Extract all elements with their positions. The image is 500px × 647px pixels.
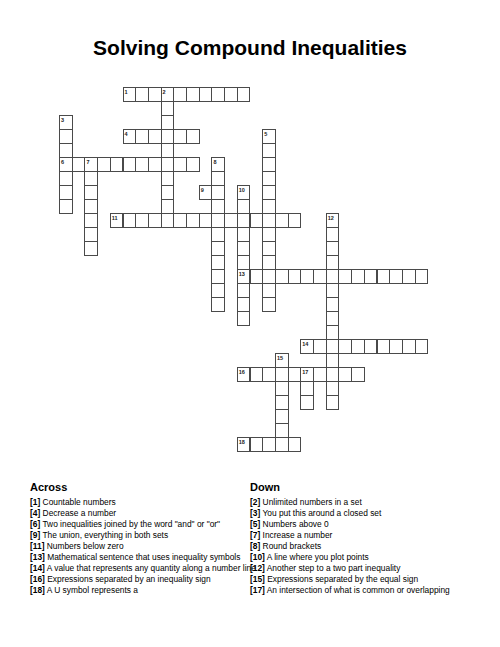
grid-cell[interactable] xyxy=(275,367,289,382)
grid-cell[interactable] xyxy=(326,283,340,298)
across-clue-number: [16] xyxy=(30,574,45,584)
grid-cell[interactable] xyxy=(326,227,340,242)
across-clue-number: [18] xyxy=(30,585,45,595)
grid-cell[interactable] xyxy=(326,255,340,270)
clue-number-label: 2 xyxy=(163,89,166,95)
grid-cell[interactable] xyxy=(84,171,98,186)
grid-cell[interactable] xyxy=(262,269,276,284)
grid-cell[interactable] xyxy=(262,437,276,452)
down-clue-number: [12] xyxy=(250,563,265,573)
grid-cell[interactable] xyxy=(288,213,302,228)
grid-cell[interactable] xyxy=(262,227,276,242)
grid-cell[interactable] xyxy=(186,129,200,144)
grid-cell[interactable] xyxy=(250,437,264,452)
clue-number-label: 4 xyxy=(125,131,128,137)
grid-cell[interactable]: 6 xyxy=(59,157,73,172)
grid-cell[interactable] xyxy=(59,129,73,144)
grid-cell[interactable] xyxy=(237,297,251,312)
grid-cell[interactable] xyxy=(148,129,162,144)
across-clue-number: [14] xyxy=(30,563,45,573)
down-clue-number: [10] xyxy=(250,552,265,562)
grid-cell[interactable] xyxy=(211,199,225,214)
grid-cell[interactable] xyxy=(338,269,352,284)
clue-number-label: 15 xyxy=(277,355,283,361)
grid-cell[interactable] xyxy=(300,395,314,410)
grid-cell[interactable] xyxy=(211,185,225,200)
down-clue-number: [2] xyxy=(250,497,260,507)
grid-cell[interactable] xyxy=(148,87,162,102)
grid-cell[interactable] xyxy=(338,339,352,354)
grid-cell[interactable] xyxy=(338,367,352,382)
grid-cell[interactable] xyxy=(262,297,276,312)
grid-cell[interactable] xyxy=(237,255,251,270)
grid-cell[interactable] xyxy=(262,255,276,270)
grid-cell[interactable]: 1 xyxy=(123,87,137,102)
clue-number-label: 14 xyxy=(302,341,308,347)
down-clue-number: [15] xyxy=(250,574,265,584)
grid-cell[interactable]: 9 xyxy=(199,185,213,200)
grid-cell[interactable]: 3 xyxy=(59,115,73,130)
grid-cell[interactable] xyxy=(237,283,251,298)
grid-cell[interactable] xyxy=(59,185,73,200)
grid-cell[interactable]: 16 xyxy=(237,367,251,382)
grid-cell[interactable] xyxy=(84,199,98,214)
across-clues-section: Across [1] Countable numbers[4] Decrease… xyxy=(30,481,248,596)
grid-cell[interactable] xyxy=(211,297,225,312)
grid-cell[interactable] xyxy=(59,171,73,186)
grid-cell[interactable] xyxy=(262,213,276,228)
grid-cell[interactable] xyxy=(161,199,175,214)
grid-cell[interactable] xyxy=(199,87,213,102)
down-clue-3: [3] You put this around a closed set xyxy=(250,508,475,519)
across-clue-18: [18] A U symbol represents a xyxy=(30,585,248,596)
grid-cell[interactable] xyxy=(123,157,137,172)
across-clue-number: [13] xyxy=(30,552,45,562)
grid-cell[interactable] xyxy=(186,157,200,172)
grid-cell[interactable] xyxy=(72,157,86,172)
grid-cell[interactable] xyxy=(288,437,302,452)
grid-cell[interactable] xyxy=(288,269,302,284)
grid-cell[interactable] xyxy=(84,227,98,242)
grid-cell[interactable] xyxy=(199,213,213,228)
grid-cell[interactable] xyxy=(84,213,98,228)
down-header: Down xyxy=(250,481,475,493)
grid-cell[interactable] xyxy=(237,241,251,256)
crossword-grid: 123456789101112131415161718 xyxy=(59,87,429,453)
down-clue-8: [8] Round brackets xyxy=(250,541,475,552)
grid-cell[interactable] xyxy=(326,325,340,340)
down-clue-2: [2] Unlimited numbers in a set xyxy=(250,497,475,508)
across-clue-16: [16] Expressions separated by an inequal… xyxy=(30,574,248,585)
grid-cell[interactable] xyxy=(211,87,225,102)
grid-cell[interactable] xyxy=(59,143,73,158)
grid-cell[interactable] xyxy=(300,269,314,284)
grid-cell[interactable] xyxy=(211,171,225,186)
grid-cell[interactable] xyxy=(377,339,391,354)
across-clue-1: [1] Countable numbers xyxy=(30,497,248,508)
grid-cell[interactable]: 11 xyxy=(110,213,124,228)
grid-cell[interactable] xyxy=(402,339,416,354)
grid-cell[interactable] xyxy=(148,157,162,172)
grid-cell[interactable] xyxy=(84,185,98,200)
across-clue-number: [11] xyxy=(30,541,44,551)
grid-cell[interactable]: 12 xyxy=(326,213,340,228)
grid-cell[interactable] xyxy=(313,269,327,284)
down-clue-5: [5] Numbers above 0 xyxy=(250,519,475,530)
grid-cell[interactable] xyxy=(326,395,340,410)
across-clue-13: [13] Mathematical sentence that uses ine… xyxy=(30,552,248,563)
clue-number-label: 17 xyxy=(302,369,308,375)
grid-cell[interactable] xyxy=(173,87,187,102)
grid-cell[interactable] xyxy=(161,115,175,130)
grid-cell[interactable]: 4 xyxy=(123,129,137,144)
grid-cell[interactable] xyxy=(84,241,98,256)
grid-cell[interactable] xyxy=(224,213,238,228)
clue-number-label: 3 xyxy=(61,117,64,123)
grid-cell[interactable] xyxy=(275,269,289,284)
grid-cell[interactable] xyxy=(224,87,238,102)
grid-cell[interactable] xyxy=(135,157,149,172)
grid-cell[interactable] xyxy=(173,129,187,144)
grid-cell[interactable] xyxy=(237,199,251,214)
grid-cell[interactable] xyxy=(275,395,289,410)
grid-cell[interactable] xyxy=(389,339,403,354)
across-clue-number: [1] xyxy=(30,497,40,507)
grid-cell[interactable] xyxy=(415,269,429,284)
down-clue-number: [17] xyxy=(250,585,265,595)
grid-cell[interactable] xyxy=(326,269,340,284)
across-clue-number: [9] xyxy=(30,530,40,540)
grid-cell[interactable] xyxy=(237,311,251,326)
grid-cell[interactable] xyxy=(351,269,365,284)
puzzle-title: Solving Compound Inequalities xyxy=(0,36,500,60)
grid-cell[interactable] xyxy=(326,241,340,256)
across-clue-number: [4] xyxy=(30,508,40,518)
down-clue-number: [3] xyxy=(250,508,260,518)
across-header: Across xyxy=(30,481,248,493)
grid-cell[interactable] xyxy=(275,213,289,228)
grid-cell[interactable] xyxy=(161,185,175,200)
grid-cell[interactable] xyxy=(326,367,340,382)
grid-cell[interactable] xyxy=(161,129,175,144)
grid-cell[interactable] xyxy=(237,87,251,102)
across-clue-9: [9] The union, everything in both sets xyxy=(30,530,248,541)
grid-cell[interactable]: 7 xyxy=(84,157,98,172)
grid-cell[interactable] xyxy=(275,381,289,396)
grid-cell[interactable] xyxy=(123,213,137,228)
across-clue-14: [14] A value that represents any quantit… xyxy=(30,563,248,574)
grid-cell[interactable] xyxy=(275,423,289,438)
across-clue-list: [1] Countable numbers[4] Decrease a numb… xyxy=(30,497,248,596)
grid-cell[interactable] xyxy=(97,157,111,172)
grid-cell[interactable] xyxy=(262,241,276,256)
grid-cell[interactable] xyxy=(211,241,225,256)
grid-cell[interactable] xyxy=(326,353,340,368)
grid-cell[interactable] xyxy=(262,171,276,186)
grid-cell[interactable] xyxy=(161,143,175,158)
grid-cell[interactable] xyxy=(402,269,416,284)
grid-cell[interactable] xyxy=(364,269,378,284)
grid-cell[interactable] xyxy=(135,129,149,144)
grid-cell[interactable] xyxy=(326,381,340,396)
grid-cell[interactable] xyxy=(211,227,225,242)
grid-cell[interactable] xyxy=(161,157,175,172)
down-clues-section: Down [2] Unlimited numbers in a set[3] Y… xyxy=(250,481,475,596)
worksheet-page: Solving Compound Inequalities 1234567891… xyxy=(0,0,500,647)
grid-cell[interactable] xyxy=(211,269,225,284)
grid-cell[interactable]: 13 xyxy=(237,269,251,284)
grid-cell[interactable] xyxy=(262,157,276,172)
down-clue-7: [7] Increase a number xyxy=(250,530,475,541)
grid-cell[interactable] xyxy=(161,213,175,228)
grid-cell[interactable] xyxy=(313,367,327,382)
down-clue-number: [5] xyxy=(250,519,260,529)
grid-cell[interactable] xyxy=(173,157,187,172)
grid-cell[interactable] xyxy=(415,339,429,354)
grid-cell[interactable] xyxy=(262,367,276,382)
across-clue-11: [11] Numbers below zero xyxy=(30,541,248,552)
grid-cell[interactable] xyxy=(237,213,251,228)
down-clue-10: [10] A line where you plot points xyxy=(250,552,475,563)
clue-number-label: 18 xyxy=(239,439,245,445)
grid-cell[interactable] xyxy=(237,227,251,242)
clue-number-label: 10 xyxy=(239,187,245,193)
down-clue-15: [15] Expressions separated by the equal … xyxy=(250,574,475,585)
clue-number-label: 8 xyxy=(213,159,216,165)
grid-cell[interactable] xyxy=(211,213,225,228)
across-clue-number: [6] xyxy=(30,519,40,529)
grid-cell[interactable]: 15 xyxy=(275,353,289,368)
grid-cell[interactable] xyxy=(300,381,314,396)
grid-cell[interactable] xyxy=(351,339,365,354)
grid-cell[interactable] xyxy=(173,213,187,228)
grid-cell[interactable] xyxy=(326,339,340,354)
clue-number-label: 6 xyxy=(61,159,64,165)
grid-cell[interactable] xyxy=(288,367,302,382)
clue-number-label: 16 xyxy=(239,369,245,375)
grid-cell[interactable] xyxy=(389,269,403,284)
grid-cell[interactable] xyxy=(59,199,73,214)
grid-cell[interactable]: 10 xyxy=(237,185,251,200)
grid-cell[interactable] xyxy=(262,199,276,214)
grid-cell[interactable] xyxy=(377,269,391,284)
grid-cell[interactable] xyxy=(161,171,175,186)
grid-cell[interactable] xyxy=(148,213,162,228)
grid-cell[interactable]: 2 xyxy=(161,87,175,102)
grid-cell[interactable]: 8 xyxy=(211,157,225,172)
grid-cell[interactable] xyxy=(262,185,276,200)
grid-cell[interactable]: 17 xyxy=(300,367,314,382)
grid-cell[interactable] xyxy=(250,213,264,228)
clue-number-label: 13 xyxy=(239,271,245,277)
grid-cell[interactable] xyxy=(275,437,289,452)
clue-number-label: 7 xyxy=(86,159,89,165)
grid-cell[interactable] xyxy=(186,87,200,102)
grid-cell[interactable] xyxy=(161,101,175,116)
grid-cell[interactable] xyxy=(262,143,276,158)
grid-cell[interactable] xyxy=(211,283,225,298)
clue-number-label: 12 xyxy=(328,215,334,221)
grid-cell[interactable] xyxy=(211,255,225,270)
grid-cell[interactable] xyxy=(250,367,264,382)
grid-cell[interactable] xyxy=(250,269,264,284)
clue-number-label: 9 xyxy=(201,187,204,193)
down-clue-number: [7] xyxy=(250,530,260,540)
grid-cell[interactable]: 18 xyxy=(237,437,251,452)
clue-number-label: 11 xyxy=(112,215,118,221)
grid-cell[interactable] xyxy=(135,213,149,228)
grid-cell[interactable] xyxy=(110,157,124,172)
grid-cell[interactable] xyxy=(135,87,149,102)
down-clue-12: [12] Another step to a two part inequali… xyxy=(250,563,475,574)
clue-number-label: 5 xyxy=(264,131,267,137)
grid-cell[interactable]: 14 xyxy=(300,339,314,354)
across-clue-4: [4] Decrease a number xyxy=(30,508,248,519)
grid-cell[interactable] xyxy=(364,339,378,354)
grid-cell[interactable] xyxy=(186,213,200,228)
grid-cell[interactable] xyxy=(313,339,327,354)
grid-cell[interactable] xyxy=(326,311,340,326)
grid-cell[interactable] xyxy=(275,409,289,424)
grid-cell[interactable] xyxy=(262,283,276,298)
down-clue-list: [2] Unlimited numbers in a set[3] You pu… xyxy=(250,497,475,596)
across-clue-6: [6] Two inequalities joined by the word … xyxy=(30,519,248,530)
grid-cell[interactable]: 5 xyxy=(262,129,276,144)
down-clue-17: [17] An intersection of what is common o… xyxy=(250,585,475,596)
grid-cell[interactable] xyxy=(326,297,340,312)
clue-number-label: 1 xyxy=(125,89,128,95)
down-clue-number: [8] xyxy=(250,541,260,551)
grid-cell[interactable] xyxy=(351,367,365,382)
